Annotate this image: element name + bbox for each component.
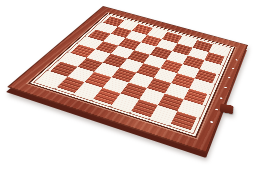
frame-stud-white — [228, 77, 231, 79]
border-mark — [226, 56, 228, 57]
frame-stud-white — [215, 108, 218, 110]
border-mark — [222, 65, 224, 66]
frame-stud-white — [232, 68, 235, 70]
border-mark — [212, 43, 214, 44]
frame-stud-white — [220, 97, 223, 99]
folding-clasp — [219, 103, 233, 114]
board-margin — [30, 13, 234, 136]
chessboard-scene — [0, 0, 267, 180]
frame-stud-white — [210, 121, 213, 123]
frame-stud-white — [224, 86, 227, 88]
product-photo — [0, 0, 267, 180]
border-mark — [218, 74, 220, 75]
border-mark — [214, 83, 216, 85]
frame-stud-white — [235, 59, 237, 61]
